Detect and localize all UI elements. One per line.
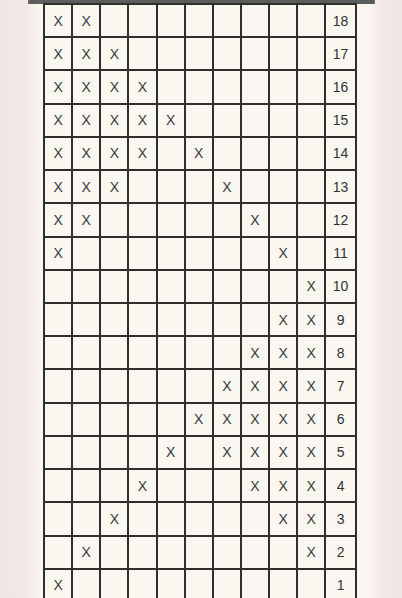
grid-cell-empty (158, 71, 184, 102)
grid-cell-empty (186, 271, 212, 302)
grid-cell-empty (158, 304, 184, 335)
grid-cell-empty (298, 138, 324, 169)
grid-cell-empty (186, 105, 212, 136)
grid-cell-empty (129, 537, 155, 568)
grid-cell-empty (186, 370, 212, 401)
grid-cell-empty (242, 71, 268, 102)
grid-cell-empty (242, 537, 268, 568)
grid-cell-marked: X (298, 537, 324, 568)
grid-cell-marked: X (270, 337, 296, 368)
grid-cell-marked: X (298, 337, 324, 368)
grid-cell-marked: X (73, 171, 99, 202)
grid-cell-empty (214, 304, 240, 335)
grid-cell-empty (73, 570, 99, 598)
grid-cell-marked: X (298, 503, 324, 534)
grid-cell-empty (214, 71, 240, 102)
grid-cell-empty (73, 470, 99, 501)
grid-cell-empty (129, 437, 155, 468)
grid-cell-empty (270, 105, 296, 136)
grid-cell-empty (45, 537, 71, 568)
grid-cell-marked: X (298, 304, 324, 335)
grid-cell-empty (73, 304, 99, 335)
row-number-label: 8 (326, 337, 355, 368)
grid-cell-empty (242, 105, 268, 136)
grid-cell-empty (214, 271, 240, 302)
grid-cell-empty (101, 537, 127, 568)
grid-cell-empty (158, 470, 184, 501)
grid-cell-marked: X (270, 404, 296, 435)
grid-cell-marked: X (298, 404, 324, 435)
grid-cell-empty (101, 238, 127, 269)
grid-cell-marked: X (158, 437, 184, 468)
row-number-label: 9 (326, 304, 355, 335)
grid-cell-empty (298, 238, 324, 269)
grid-cell-empty (45, 304, 71, 335)
grid-cell-marked: X (73, 71, 99, 102)
grid-cell-marked: X (73, 537, 99, 568)
grid-cell-marked: X (298, 437, 324, 468)
grid-cell-empty (158, 503, 184, 534)
row-number-label: 18 (326, 5, 355, 36)
grid-cell-empty (158, 38, 184, 69)
grid-cell-marked: X (129, 138, 155, 169)
grid-cell-empty (214, 537, 240, 568)
grid-cell-marked: X (270, 370, 296, 401)
row-number-label: 6 (326, 404, 355, 435)
grid-cell-marked: X (73, 105, 99, 136)
grid-cell-empty (73, 404, 99, 435)
grid-cell-empty (270, 171, 296, 202)
grid-cell-marked: X (101, 138, 127, 169)
grid-cell-empty (270, 570, 296, 598)
grid-cell-empty (158, 404, 184, 435)
grid-cell-empty (214, 337, 240, 368)
row-number-label: 5 (326, 437, 355, 468)
grid-cell-marked: X (45, 71, 71, 102)
row-number-label: 10 (326, 271, 355, 302)
grid-cell-empty (158, 337, 184, 368)
grid-cell-marked: X (73, 204, 99, 235)
grid-cell-marked: X (45, 171, 71, 202)
grid-cell-marked: X (242, 337, 268, 368)
grid-cell-marked: X (270, 437, 296, 468)
grid-cell-empty (186, 537, 212, 568)
grid-cell-empty (45, 337, 71, 368)
grid-cell-marked: X (101, 105, 127, 136)
grid-cell-marked: X (129, 470, 155, 501)
grid-cell-empty (270, 204, 296, 235)
grid-cell-empty (270, 271, 296, 302)
grid-cell-empty (158, 138, 184, 169)
grid-cell-marked: X (45, 105, 71, 136)
grid-cell-empty (101, 570, 127, 598)
grid-cell-marked: X (270, 503, 296, 534)
grid-cell-empty (242, 171, 268, 202)
grid-cell-marked: X (270, 238, 296, 269)
grid-cell-empty (158, 570, 184, 598)
grid-cell-marked: X (45, 570, 71, 598)
grid-cell-marked: X (214, 370, 240, 401)
grid-cell-empty (158, 537, 184, 568)
grid-cell-marked: X (186, 138, 212, 169)
grid-cell-marked: X (214, 404, 240, 435)
grid-cell-empty (186, 503, 212, 534)
grid-cell-empty (101, 337, 127, 368)
grid-cell-empty (186, 171, 212, 202)
grid-cell-empty (242, 570, 268, 598)
grid-cell-empty (45, 404, 71, 435)
grid-cell-empty (214, 470, 240, 501)
grid-cell-empty (101, 470, 127, 501)
grid-cell-empty (186, 337, 212, 368)
grid-cell-empty (214, 503, 240, 534)
grid-cell-empty (101, 5, 127, 36)
grid-cell-empty (270, 138, 296, 169)
grid-cell-empty (242, 138, 268, 169)
grid-cell-marked: X (101, 38, 127, 69)
grid-cell-empty (214, 238, 240, 269)
grid-cell-empty (45, 437, 71, 468)
grid-cell-marked: X (242, 204, 268, 235)
grid-cell-marked: X (298, 370, 324, 401)
grid-cell-marked: X (101, 71, 127, 102)
grid-cell-empty (214, 38, 240, 69)
grid-cell-empty (45, 370, 71, 401)
grid-cell-empty (101, 437, 127, 468)
grid-cell-marked: X (101, 171, 127, 202)
grid-cell-empty (129, 337, 155, 368)
grid-cell-empty (214, 570, 240, 598)
page-background: XX18XXX17XXXX16XXXXX15XXXXX14XXXX13XXX12… (0, 0, 402, 598)
grid-cell-marked: X (45, 138, 71, 169)
row-number-label: 11 (326, 238, 355, 269)
grid-cell-empty (101, 370, 127, 401)
grid-cell-marked: X (242, 404, 268, 435)
grid-cell-empty (270, 537, 296, 568)
row-number-label: 13 (326, 171, 355, 202)
grid-cell-empty (270, 38, 296, 69)
grid-cell-empty (186, 470, 212, 501)
grid-cell-empty (186, 5, 212, 36)
grid-cell-empty (158, 5, 184, 36)
grid-cell-marked: X (270, 470, 296, 501)
grid-cell-empty (242, 5, 268, 36)
grid-cell-empty (101, 271, 127, 302)
grid-cell-empty (214, 138, 240, 169)
grid-cell-marked: X (101, 503, 127, 534)
grid-cell-marked: X (73, 38, 99, 69)
grid-cell-empty (186, 71, 212, 102)
grid-cell-empty (129, 503, 155, 534)
grid-cell-marked: X (45, 5, 71, 36)
grid-cell-marked: X (214, 437, 240, 468)
grid-cell-empty (73, 437, 99, 468)
grid-cell-empty (298, 171, 324, 202)
grid-cell-empty (270, 5, 296, 36)
grid-cell-empty (45, 271, 71, 302)
pattern-grid: XX18XXX17XXXX16XXXXX15XXXXX14XXXX13XXX12… (43, 3, 357, 598)
grid-cell-empty (298, 5, 324, 36)
grid-cell-empty (298, 71, 324, 102)
grid-cell-empty (45, 503, 71, 534)
grid-cell-marked: X (45, 38, 71, 69)
row-number-label: 12 (326, 204, 355, 235)
grid-cell-empty (129, 204, 155, 235)
grid-cell-marked: X (45, 204, 71, 235)
grid-cell-empty (73, 370, 99, 401)
grid-cell-empty (73, 337, 99, 368)
grid-cell-empty (101, 404, 127, 435)
grid-cell-empty (73, 503, 99, 534)
row-number-label: 17 (326, 38, 355, 69)
grid-cell-empty (298, 38, 324, 69)
grid-cell-marked: X (270, 304, 296, 335)
row-number-label: 3 (326, 503, 355, 534)
row-number-label: 16 (326, 71, 355, 102)
grid-cell-empty (186, 38, 212, 69)
grid-cell-marked: X (186, 404, 212, 435)
grid-cell-empty (73, 238, 99, 269)
grid-cell-marked: X (298, 271, 324, 302)
row-number-label: 1 (326, 570, 355, 598)
grid-cell-empty (242, 304, 268, 335)
grid-cell-empty (186, 238, 212, 269)
row-number-label: 4 (326, 470, 355, 501)
grid-cell-empty (101, 304, 127, 335)
grid-cell-empty (129, 404, 155, 435)
grid-cell-marked: X (129, 105, 155, 136)
grid-cell-empty (45, 470, 71, 501)
grid-cell-empty (158, 204, 184, 235)
grid-cell-empty (298, 204, 324, 235)
grid-cell-empty (101, 204, 127, 235)
row-number-label: 7 (326, 370, 355, 401)
grid-cell-marked: X (129, 71, 155, 102)
grid-cell-marked: X (214, 171, 240, 202)
grid-cell-empty (242, 238, 268, 269)
grid-cell-marked: X (73, 5, 99, 36)
grid-cell-empty (214, 105, 240, 136)
grid-cell-marked: X (158, 105, 184, 136)
grid-cell-marked: X (73, 138, 99, 169)
row-number-label: 15 (326, 105, 355, 136)
grid-cell-empty (129, 5, 155, 36)
grid-cell-empty (129, 304, 155, 335)
grid-cell-empty (129, 370, 155, 401)
grid-cell-empty (186, 437, 212, 468)
grid-cell-empty (298, 570, 324, 598)
grid-cell-empty (298, 105, 324, 136)
grid-cell-empty (214, 204, 240, 235)
grid-cell-empty (158, 370, 184, 401)
row-number-label: 2 (326, 537, 355, 568)
grid-cell-empty (129, 271, 155, 302)
row-number-label: 14 (326, 138, 355, 169)
grid-cell-empty (129, 171, 155, 202)
grid-cell-empty (158, 238, 184, 269)
grid-cell-empty (214, 5, 240, 36)
grid-cell-marked: X (242, 470, 268, 501)
grid-cell-empty (129, 570, 155, 598)
grid-cell-empty (186, 204, 212, 235)
grid-cell-marked: X (45, 238, 71, 269)
grid-cell-empty (158, 271, 184, 302)
grid-cell-marked: X (242, 437, 268, 468)
grid-cell-empty (158, 171, 184, 202)
grid-cell-empty (186, 304, 212, 335)
grid-cell-empty (129, 38, 155, 69)
grid-cell-marked: X (242, 370, 268, 401)
grid-cell-empty (242, 503, 268, 534)
grid-cell-empty (129, 238, 155, 269)
grid-cell-empty (242, 271, 268, 302)
grid-cell-empty (73, 271, 99, 302)
grid-cell-empty (186, 570, 212, 598)
grid-cell-empty (270, 71, 296, 102)
grid-cell-marked: X (298, 470, 324, 501)
grid-cell-empty (242, 38, 268, 69)
